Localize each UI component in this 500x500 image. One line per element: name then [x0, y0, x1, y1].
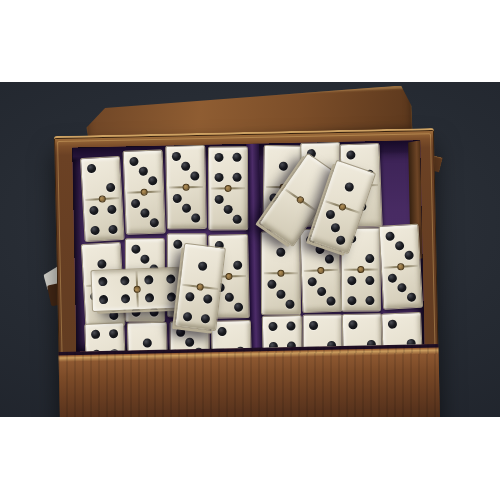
- box-front-face: [58, 344, 440, 417]
- pip: [140, 208, 149, 217]
- pip: [218, 327, 227, 336]
- pip: [348, 276, 357, 285]
- domino-half-bot: [125, 192, 165, 233]
- box-interior: [72, 140, 424, 351]
- pip: [324, 209, 335, 220]
- domino-half-bot: [342, 271, 380, 311]
- domino-3-3[interactable]: [123, 149, 166, 234]
- pip: [365, 296, 374, 305]
- domino-half-top: [209, 147, 247, 187]
- domino-4-4[interactable]: [84, 322, 127, 351]
- pip: [386, 232, 395, 241]
- domino-4-2[interactable]: [262, 315, 304, 352]
- pip: [132, 245, 141, 254]
- domino-half-top: [212, 321, 251, 352]
- domino-half-bot: [175, 286, 219, 330]
- domino-half-top: [85, 323, 125, 351]
- pip: [182, 312, 192, 322]
- pip: [365, 276, 374, 285]
- brass-spinner: [225, 185, 232, 192]
- pip: [232, 173, 241, 182]
- pip: [388, 274, 397, 283]
- pip: [139, 166, 148, 175]
- pip: [143, 339, 152, 348]
- pip: [279, 162, 288, 171]
- domino-half-bot: [262, 274, 300, 314]
- pip: [198, 261, 208, 271]
- pip: [269, 322, 278, 331]
- pip: [404, 251, 413, 260]
- pip: [145, 293, 154, 302]
- domino-half-top: [128, 323, 167, 352]
- domino-2-2[interactable]: [211, 320, 253, 352]
- pip: [87, 164, 96, 173]
- pip: [130, 157, 139, 166]
- pip: [232, 215, 241, 224]
- pip: [286, 322, 295, 331]
- pip: [317, 287, 326, 296]
- domino-half-top: [124, 150, 164, 191]
- pip: [276, 248, 285, 257]
- pip: [330, 222, 341, 233]
- pip: [89, 206, 98, 215]
- pip: [335, 234, 346, 245]
- domino-4-4[interactable]: [90, 267, 184, 313]
- pip: [215, 195, 224, 204]
- pip: [185, 292, 195, 302]
- pip: [98, 277, 107, 286]
- domino-3-3[interactable]: [378, 224, 423, 310]
- pip: [97, 259, 106, 268]
- pip: [140, 255, 149, 264]
- pip: [388, 319, 397, 328]
- pip: [344, 181, 355, 192]
- pip: [109, 311, 118, 320]
- pip: [215, 173, 224, 182]
- domino-half-top: [166, 146, 205, 187]
- domino-half-top: [91, 269, 137, 311]
- pip: [91, 226, 100, 235]
- pip: [173, 194, 182, 203]
- pip: [172, 152, 181, 161]
- pip: [190, 171, 199, 180]
- pip: [349, 320, 358, 329]
- pip: [109, 329, 118, 338]
- pip: [365, 254, 374, 263]
- pip: [91, 330, 100, 339]
- pip: [225, 293, 234, 302]
- pip: [309, 321, 318, 330]
- pip: [268, 280, 277, 289]
- pip: [406, 292, 415, 301]
- brass-spinner: [277, 270, 284, 277]
- domino-half-bot: [302, 271, 342, 312]
- pip: [120, 276, 129, 285]
- pip: [324, 254, 333, 263]
- pip: [167, 293, 176, 302]
- pip: [224, 205, 233, 214]
- domino-1-3[interactable]: [127, 322, 169, 352]
- pip: [276, 290, 285, 299]
- pip: [397, 283, 406, 292]
- pip: [348, 296, 357, 305]
- domino-half-bot: [167, 188, 206, 229]
- domino-box: [54, 128, 440, 417]
- pip: [285, 300, 294, 309]
- pip: [203, 294, 213, 304]
- pip: [148, 176, 157, 185]
- pip: [181, 162, 190, 171]
- photo-background: [0, 82, 500, 417]
- domino-3-3[interactable]: [165, 145, 207, 230]
- pip: [131, 199, 140, 208]
- pip: [166, 274, 175, 283]
- domino-half-top: [263, 316, 302, 352]
- brass-spinner: [357, 266, 364, 273]
- pip: [201, 314, 211, 324]
- pip: [234, 303, 243, 312]
- screenshot-canvas: [0, 0, 500, 500]
- pip: [121, 294, 130, 303]
- pip: [395, 241, 404, 250]
- pip: [346, 150, 355, 159]
- pip: [308, 277, 317, 286]
- pip: [232, 153, 241, 162]
- pip: [99, 295, 108, 304]
- domino-half-bot: [83, 199, 123, 241]
- pip: [174, 240, 183, 249]
- pip: [107, 205, 116, 214]
- pip: [149, 218, 158, 227]
- pip: [233, 261, 242, 270]
- pip: [108, 225, 117, 234]
- domino-half-top: [180, 244, 224, 288]
- domino-half-bot: [382, 267, 422, 309]
- domino-half-top: [81, 157, 121, 199]
- domino-half-top: [303, 315, 341, 351]
- pip: [106, 183, 115, 192]
- domino-half-bot: [209, 189, 247, 229]
- pip: [185, 338, 194, 347]
- domino-2-3[interactable]: [302, 314, 342, 351]
- pip: [191, 213, 200, 222]
- pip: [326, 296, 335, 305]
- domino-4-3[interactable]: [208, 146, 248, 230]
- pip: [215, 153, 224, 162]
- pip: [182, 204, 191, 213]
- domino-2-4[interactable]: [80, 156, 125, 242]
- pip: [144, 275, 153, 284]
- domino-half-top: [380, 225, 420, 267]
- pip: [176, 328, 185, 337]
